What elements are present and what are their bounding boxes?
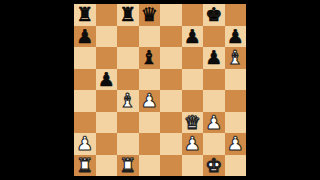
square-h7[interactable]: ♟: [225, 26, 247, 48]
square-b2[interactable]: [96, 133, 118, 155]
square-h5[interactable]: [225, 69, 247, 91]
square-e2[interactable]: [160, 133, 182, 155]
piece-black-pawn-h7[interactable]: ♟: [227, 26, 244, 48]
square-f4[interactable]: [182, 90, 204, 112]
square-f1[interactable]: [182, 155, 204, 177]
square-d5[interactable]: [139, 69, 161, 91]
square-c5[interactable]: [117, 69, 139, 91]
square-g3[interactable]: ♟: [203, 112, 225, 134]
piece-black-pawn-b5[interactable]: ♟: [98, 69, 115, 91]
square-d1[interactable]: [139, 155, 161, 177]
square-c6[interactable]: [117, 47, 139, 69]
piece-black-king-g8[interactable]: ♚: [205, 4, 222, 26]
piece-black-pawn-g6[interactable]: ♟: [205, 47, 222, 69]
square-h4[interactable]: [225, 90, 247, 112]
square-b8[interactable]: [96, 4, 118, 26]
square-h3[interactable]: [225, 112, 247, 134]
piece-white-queen-f3[interactable]: ♛: [184, 112, 201, 134]
square-h6[interactable]: ♝: [225, 47, 247, 69]
square-f8[interactable]: [182, 4, 204, 26]
piece-white-pawn-h2[interactable]: ♟: [227, 133, 244, 155]
square-a4[interactable]: [74, 90, 96, 112]
piece-black-bishop-d6[interactable]: ♝: [141, 47, 158, 69]
piece-black-pawn-a7[interactable]: ♟: [76, 26, 93, 48]
square-c3[interactable]: [117, 112, 139, 134]
piece-white-pawn-a2[interactable]: ♟: [76, 133, 93, 155]
square-c7[interactable]: [117, 26, 139, 48]
square-a6[interactable]: [74, 47, 96, 69]
square-a2[interactable]: ♟: [74, 133, 96, 155]
square-e4[interactable]: [160, 90, 182, 112]
piece-white-king-g1[interactable]: ♚: [205, 155, 222, 177]
square-e7[interactable]: [160, 26, 182, 48]
square-b1[interactable]: [96, 155, 118, 177]
square-g1[interactable]: ♚: [203, 155, 225, 177]
square-f6[interactable]: [182, 47, 204, 69]
piece-white-pawn-f2[interactable]: ♟: [184, 133, 201, 155]
square-d8[interactable]: ♛: [139, 4, 161, 26]
square-g2[interactable]: [203, 133, 225, 155]
piece-white-bishop-c4[interactable]: ♝: [119, 90, 136, 112]
piece-white-rook-c1[interactable]: ♜: [119, 155, 136, 177]
piece-white-pawn-d4[interactable]: ♟: [141, 90, 158, 112]
square-a8[interactable]: ♜: [74, 4, 96, 26]
square-f5[interactable]: [182, 69, 204, 91]
square-d4[interactable]: ♟: [139, 90, 161, 112]
square-b7[interactable]: [96, 26, 118, 48]
square-d2[interactable]: [139, 133, 161, 155]
letterbox-left: [0, 0, 74, 180]
square-f7[interactable]: ♟: [182, 26, 204, 48]
square-e1[interactable]: [160, 155, 182, 177]
square-f2[interactable]: ♟: [182, 133, 204, 155]
screenshot-stage: ♜♜♛♚♟♟♟♝♟♝♟♝♟♛♟♟♟♟♜♜♚: [0, 0, 320, 180]
square-c2[interactable]: [117, 133, 139, 155]
chess-board[interactable]: ♜♜♛♚♟♟♟♝♟♝♟♝♟♛♟♟♟♟♜♜♚: [74, 4, 246, 176]
piece-white-rook-a1[interactable]: ♜: [76, 155, 93, 177]
piece-black-rook-c8[interactable]: ♜: [119, 4, 136, 26]
square-g7[interactable]: [203, 26, 225, 48]
square-d7[interactable]: [139, 26, 161, 48]
piece-black-pawn-f7[interactable]: ♟: [184, 26, 201, 48]
square-h8[interactable]: [225, 4, 247, 26]
square-c8[interactable]: ♜: [117, 4, 139, 26]
square-a7[interactable]: ♟: [74, 26, 96, 48]
square-c4[interactable]: ♝: [117, 90, 139, 112]
piece-white-pawn-g3[interactable]: ♟: [205, 112, 222, 134]
piece-black-rook-a8[interactable]: ♜: [76, 4, 93, 26]
square-b4[interactable]: [96, 90, 118, 112]
square-g5[interactable]: [203, 69, 225, 91]
square-a5[interactable]: [74, 69, 96, 91]
square-d3[interactable]: [139, 112, 161, 134]
square-h2[interactable]: ♟: [225, 133, 247, 155]
square-g8[interactable]: ♚: [203, 4, 225, 26]
letterbox-right: [246, 0, 320, 180]
square-e6[interactable]: [160, 47, 182, 69]
square-e5[interactable]: [160, 69, 182, 91]
square-b6[interactable]: [96, 47, 118, 69]
square-b5[interactable]: ♟: [96, 69, 118, 91]
piece-black-queen-d8[interactable]: ♛: [141, 4, 158, 26]
square-e8[interactable]: [160, 4, 182, 26]
piece-white-bishop-h6[interactable]: ♝: [227, 47, 244, 69]
square-h1[interactable]: [225, 155, 247, 177]
square-d6[interactable]: ♝: [139, 47, 161, 69]
square-a1[interactable]: ♜: [74, 155, 96, 177]
square-g6[interactable]: ♟: [203, 47, 225, 69]
square-e3[interactable]: [160, 112, 182, 134]
square-f3[interactable]: ♛: [182, 112, 204, 134]
square-b3[interactable]: [96, 112, 118, 134]
square-g4[interactable]: [203, 90, 225, 112]
square-c1[interactable]: ♜: [117, 155, 139, 177]
square-a3[interactable]: [74, 112, 96, 134]
